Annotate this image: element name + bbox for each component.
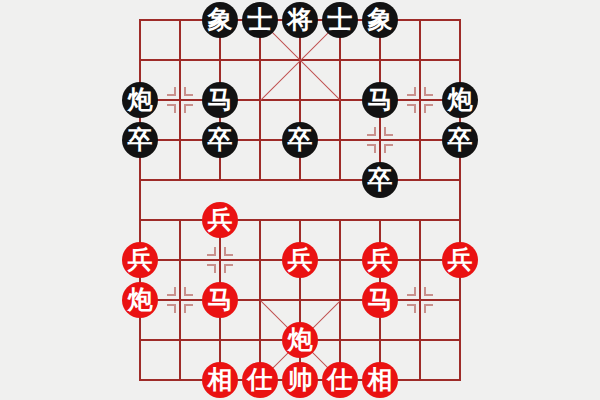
piece-red-advisor[interactable]: 仕 bbox=[242, 362, 278, 398]
xiangqi-app-canvas: 象士将士象炮马马炮卒卒卒卒卒兵兵兵兵兵炮马马炮相仕帅仕相 bbox=[0, 0, 600, 400]
piece-black-elephant[interactable]: 象 bbox=[202, 2, 238, 38]
piece-red-elephant[interactable]: 相 bbox=[202, 362, 238, 398]
piece-black-pawn[interactable]: 卒 bbox=[202, 122, 238, 158]
piece-red-pawn[interactable]: 兵 bbox=[442, 242, 478, 278]
piece-red-horse[interactable]: 马 bbox=[202, 282, 238, 318]
xiangqi-board[interactable]: 象士将士象炮马马炮卒卒卒卒卒兵兵兵兵兵炮马马炮相仕帅仕相 bbox=[0, 0, 600, 400]
piece-black-cannon[interactable]: 炮 bbox=[442, 82, 478, 118]
piece-red-pawn[interactable]: 兵 bbox=[282, 242, 318, 278]
piece-black-pawn[interactable]: 卒 bbox=[442, 122, 478, 158]
piece-black-pawn[interactable]: 卒 bbox=[282, 122, 318, 158]
piece-red-advisor[interactable]: 仕 bbox=[322, 362, 358, 398]
piece-red-elephant[interactable]: 相 bbox=[362, 362, 398, 398]
pieces-layer: 象士将士象炮马马炮卒卒卒卒卒兵兵兵兵兵炮马马炮相仕帅仕相 bbox=[120, 0, 480, 400]
piece-red-pawn[interactable]: 兵 bbox=[362, 242, 398, 278]
piece-black-horse[interactable]: 马 bbox=[362, 82, 398, 118]
piece-black-advisor[interactable]: 士 bbox=[242, 2, 278, 38]
piece-black-pawn[interactable]: 卒 bbox=[122, 122, 158, 158]
piece-red-pawn[interactable]: 兵 bbox=[202, 202, 238, 238]
piece-black-cannon[interactable]: 炮 bbox=[122, 82, 158, 118]
piece-red-cannon[interactable]: 炮 bbox=[122, 282, 158, 318]
piece-black-pawn[interactable]: 卒 bbox=[362, 162, 398, 198]
piece-black-elephant[interactable]: 象 bbox=[362, 2, 398, 38]
piece-red-cannon[interactable]: 炮 bbox=[282, 322, 318, 358]
piece-red-horse[interactable]: 马 bbox=[362, 282, 398, 318]
piece-black-horse[interactable]: 马 bbox=[202, 82, 238, 118]
piece-black-advisor[interactable]: 士 bbox=[322, 2, 358, 38]
piece-black-king[interactable]: 将 bbox=[282, 2, 318, 38]
piece-red-pawn[interactable]: 兵 bbox=[122, 242, 158, 278]
piece-red-king[interactable]: 帅 bbox=[282, 362, 318, 398]
